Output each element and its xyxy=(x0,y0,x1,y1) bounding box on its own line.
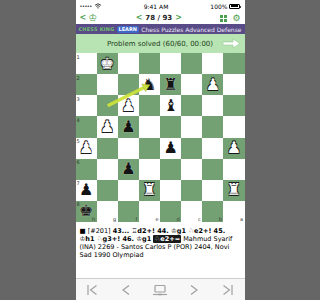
move-token[interactable]: ♘e2+! xyxy=(188,227,213,235)
move-token[interactable]: 43... xyxy=(113,227,132,235)
engine-analysis-button[interactable] xyxy=(150,282,170,298)
square-d7[interactable] xyxy=(160,180,181,201)
rank-label-8: 8 xyxy=(77,201,80,207)
square-c8[interactable]: c xyxy=(181,201,202,222)
square-f3[interactable]: ♟ xyxy=(118,95,139,116)
chess-board: 1♚2♞♜♟3♟♝4♟♟5♟♟♟6♟7♟♜♜8h♚gfedcba xyxy=(76,53,245,222)
move-token[interactable]: 44. xyxy=(157,227,171,235)
back-chevron-icon: < xyxy=(80,14,87,22)
white-pawn-a5: ♟ xyxy=(227,140,241,156)
puzzle-counter-text: 78 / 93 xyxy=(145,14,172,22)
black-bishop-d3: ♝ xyxy=(163,98,177,114)
file-label-a: a xyxy=(240,216,243,222)
move-info-text: [#201] xyxy=(88,227,113,235)
square-h3[interactable]: 3 xyxy=(76,95,97,116)
square-b6[interactable] xyxy=(202,159,223,180)
battery-icon xyxy=(229,4,240,9)
white-pawn-f3: ♟ xyxy=(121,98,135,114)
file-label-e: e xyxy=(155,216,158,222)
square-f5[interactable] xyxy=(118,138,139,159)
clock: 9:41 AM xyxy=(144,3,169,10)
computer-icon xyxy=(152,284,168,296)
file-label-c: c xyxy=(198,216,201,222)
square-a3[interactable] xyxy=(223,95,244,116)
square-f2[interactable] xyxy=(118,74,139,95)
puzzle-counter: < 78 / 93 > xyxy=(136,14,182,22)
square-a1[interactable] xyxy=(223,53,244,74)
file-label-h: h xyxy=(92,216,95,222)
black-pawn-f4: ♟ xyxy=(121,119,135,135)
square-c4[interactable] xyxy=(181,116,202,137)
next-problem-arrow-icon[interactable] xyxy=(222,38,241,49)
move-token[interactable]: 45. xyxy=(214,227,226,235)
square-b3[interactable] xyxy=(202,95,223,116)
prev-puzzle-chevron-icon[interactable]: < xyxy=(136,14,143,22)
square-d1[interactable] xyxy=(160,53,181,74)
puzzle-grid-icon[interactable] xyxy=(220,15,227,22)
learn-badge: LEARN xyxy=(117,26,140,33)
black-knight-e2: ♞ xyxy=(142,77,156,93)
square-f6[interactable]: ♟ xyxy=(118,159,139,180)
nav-bar: < ♔ < 78 / 93 > ⚙ xyxy=(76,12,245,24)
settings-gear-icon[interactable]: ⚙ xyxy=(232,14,240,23)
rank-label-1: 1 xyxy=(77,54,80,60)
square-b8[interactable]: b xyxy=(202,201,223,222)
square-c1[interactable] xyxy=(181,53,202,74)
white-rook-e7: ♜ xyxy=(142,182,156,198)
square-a8[interactable]: a xyxy=(223,201,244,222)
board-wrap: 1♚2♞♜♟3♟♝4♟♟5♟♟♟6♟7♟♜♜8h♚gfedcba xyxy=(76,53,245,222)
square-c6[interactable] xyxy=(181,159,202,180)
move-token[interactable]: ♘g3+! xyxy=(97,235,123,243)
rank-label-7: 7 xyxy=(77,180,80,186)
square-e2[interactable]: ♞ xyxy=(139,74,160,95)
status-banner: Problem solved (60/60, 00:00) xyxy=(76,34,245,53)
chevron-left-icon xyxy=(121,284,131,296)
square-h2[interactable]: 2 xyxy=(76,74,97,95)
move-token[interactable]: ♔g1 xyxy=(136,235,153,243)
rank-label-2: 2 xyxy=(77,75,80,81)
square-a6[interactable] xyxy=(223,159,244,180)
next-move-button[interactable] xyxy=(184,282,204,298)
status-bar: ••••• 9:41 AM 100% xyxy=(76,0,245,12)
square-a4[interactable] xyxy=(223,116,244,137)
move-token[interactable]: ♔h1 xyxy=(80,235,97,243)
rank-label-5: 5 xyxy=(77,138,80,144)
move-token[interactable]: ♖d2+! xyxy=(131,227,157,235)
square-f8[interactable]: f xyxy=(118,201,139,222)
go-start-button[interactable] xyxy=(82,282,102,298)
prev-move-button[interactable] xyxy=(116,282,136,298)
square-b5[interactable] xyxy=(202,138,223,159)
square-g2[interactable] xyxy=(97,74,118,95)
square-g8[interactable]: g xyxy=(97,201,118,222)
square-b7[interactable] xyxy=(202,180,223,201)
square-g7[interactable] xyxy=(97,180,118,201)
square-h5[interactable]: 5♟ xyxy=(76,138,97,159)
signal-dots-icon: ••••• xyxy=(80,3,92,9)
white-pawn-b2: ♟ xyxy=(206,77,220,93)
course-title: Chess Puzzles Advanced Defense xyxy=(141,26,241,33)
square-e6[interactable] xyxy=(139,159,160,180)
square-b4[interactable] xyxy=(202,116,223,137)
black-pawn-f6: ♟ xyxy=(121,161,135,177)
wifi-icon xyxy=(94,3,102,9)
move-token[interactable]: 46. xyxy=(122,235,136,243)
square-d4[interactable] xyxy=(160,116,181,137)
chevron-right-icon xyxy=(189,284,199,296)
square-g4[interactable]: ♟ xyxy=(97,116,118,137)
square-c5[interactable] xyxy=(181,138,202,159)
square-e7[interactable]: ♜ xyxy=(139,180,160,201)
square-c3[interactable] xyxy=(181,95,202,116)
white-pawn-g4: ♟ xyxy=(100,119,114,135)
file-label-g: g xyxy=(113,216,116,222)
rank-label-3: 3 xyxy=(77,96,80,102)
move-token[interactable]: ♔g1 xyxy=(171,227,188,235)
square-c2[interactable] xyxy=(181,74,202,95)
black-pawn-d5: ♟ xyxy=(163,140,177,156)
brand-logo-text: CHESS KING xyxy=(79,26,115,32)
next-puzzle-chevron-icon[interactable]: > xyxy=(175,14,182,22)
square-d8[interactable]: d xyxy=(160,201,181,222)
square-d5[interactable]: ♟ xyxy=(160,138,181,159)
file-label-f: f xyxy=(136,216,138,222)
chessking-logo-icon: ♔ xyxy=(88,13,97,23)
square-d2[interactable]: ♜ xyxy=(160,74,181,95)
white-king-g1: ♚ xyxy=(100,56,114,72)
square-d3[interactable]: ♝ xyxy=(160,95,181,116)
black-pawn-h7: ♟ xyxy=(79,182,93,198)
brand-bar: CHESS KING LEARN Chess Puzzles Advanced … xyxy=(76,24,245,34)
square-a7[interactable]: ♜ xyxy=(223,180,244,201)
square-h7[interactable]: 7♟ xyxy=(76,180,97,201)
battery-percent: 100% xyxy=(210,3,227,10)
square-g5[interactable] xyxy=(97,138,118,159)
square-h4[interactable]: 4 xyxy=(76,116,97,137)
square-h6[interactable]: 6 xyxy=(76,159,97,180)
current-move-token[interactable]: ♘e2+= xyxy=(153,235,181,243)
bottom-toolbar xyxy=(76,278,245,300)
file-label-b: b xyxy=(219,216,222,222)
white-rook-a7: ♜ xyxy=(227,182,241,198)
file-label-d: d xyxy=(176,216,179,222)
square-f1[interactable] xyxy=(118,53,139,74)
white-pawn-h5: ♟ xyxy=(79,140,93,156)
square-e5[interactable] xyxy=(139,138,160,159)
moves-panel: ■ [#201] 43... ♖d2+! 44. ♔g1 ♘e2+! 45. ♔… xyxy=(76,222,245,262)
square-h1[interactable]: 1 xyxy=(76,53,97,74)
problem-solved-text: Problem solved (60/60, 00:00) xyxy=(76,40,245,48)
square-g3[interactable] xyxy=(97,95,118,116)
rank-label-4: 4 xyxy=(77,117,80,123)
square-e8[interactable]: e xyxy=(139,201,160,222)
square-e4[interactable] xyxy=(139,116,160,137)
square-h8[interactable]: 8h♚ xyxy=(76,201,97,222)
square-a5[interactable]: ♟ xyxy=(223,138,244,159)
square-b1[interactable] xyxy=(202,53,223,74)
square-g6[interactable] xyxy=(97,159,118,180)
square-c7[interactable] xyxy=(181,180,202,201)
square-e3[interactable] xyxy=(139,95,160,116)
square-g1[interactable]: ♚ xyxy=(97,53,118,74)
square-b2[interactable]: ♟ xyxy=(202,74,223,95)
square-f7[interactable] xyxy=(118,180,139,201)
skip-to-end-icon xyxy=(221,284,234,296)
square-a2[interactable] xyxy=(223,74,244,95)
rank-label-6: 6 xyxy=(77,159,80,165)
square-f4[interactable]: ♟ xyxy=(118,116,139,137)
square-d6[interactable] xyxy=(160,159,181,180)
skip-to-start-icon xyxy=(86,284,99,296)
go-end-button[interactable] xyxy=(218,282,238,298)
back-button[interactable]: < ♔ xyxy=(80,13,98,23)
square-e1[interactable] xyxy=(139,53,160,74)
black-rook-d2: ♜ xyxy=(163,77,177,93)
move-info-text: ■ xyxy=(80,227,88,235)
app-window: ••••• 9:41 AM 100% < ♔ < 78 / 93 > ⚙ xyxy=(76,0,245,300)
